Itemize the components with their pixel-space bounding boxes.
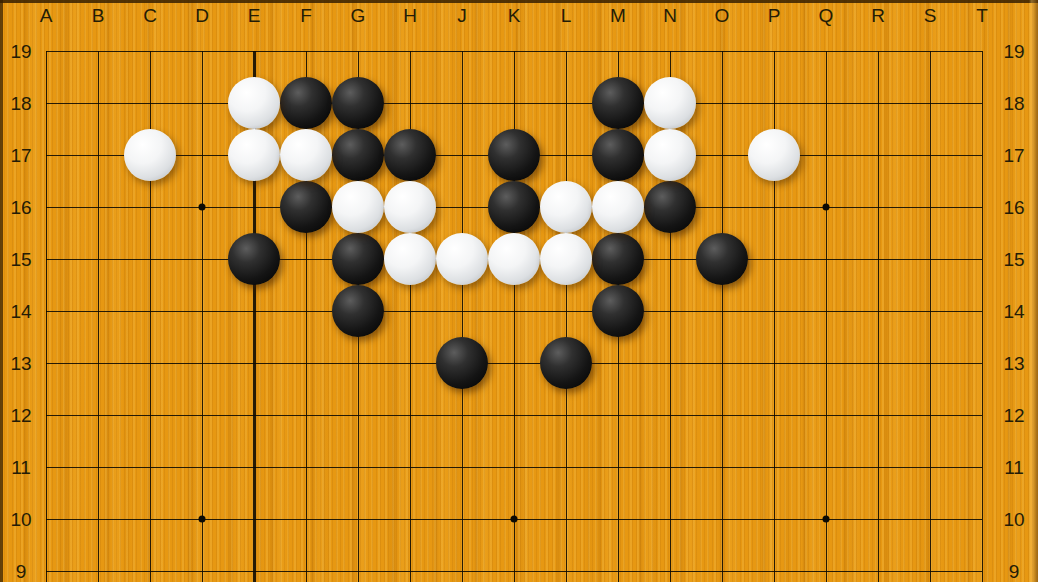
row-label-right-16: 16 [1003,198,1024,217]
grid-vline-T [982,51,983,582]
column-label-top-L: L [561,6,572,25]
stone-black-E15[interactable] [228,233,280,285]
star-point-Q10 [823,516,830,523]
stone-black-M14[interactable] [592,285,644,337]
grid-vline-B [98,51,99,582]
row-label-right-17: 17 [1003,146,1024,165]
grid-vline-Q [826,51,827,582]
column-label-top-G: G [351,6,366,25]
column-label-top-A: A [40,6,53,25]
stone-black-G18[interactable] [332,77,384,129]
column-label-top-R: R [871,6,885,25]
board-edge-top [0,0,1038,3]
stone-black-F18[interactable] [280,77,332,129]
column-label-top-Q: Q [819,6,834,25]
row-label-left-16: 16 [10,198,31,217]
column-label-top-T: T [976,6,988,25]
star-point-Q16 [823,204,830,211]
row-label-left-10: 10 [10,510,31,529]
board-edge-left [0,0,3,582]
grid-vline-A [46,51,47,582]
stone-white-K15[interactable] [488,233,540,285]
stone-white-F17[interactable] [280,129,332,181]
grid-vline-L [566,51,567,582]
column-label-top-N: N [663,6,677,25]
star-point-D16 [199,204,206,211]
grid-hline-13 [46,363,982,364]
row-label-right-18: 18 [1003,94,1024,113]
stone-white-G16[interactable] [332,181,384,233]
grid-vline-R [878,51,879,582]
stone-white-H15[interactable] [384,233,436,285]
stone-black-G15[interactable] [332,233,384,285]
grid-vline-S [930,51,931,582]
stone-black-K16[interactable] [488,181,540,233]
grid-vline-O [722,51,723,582]
row-label-right-19: 19 [1003,42,1024,61]
stone-white-L16[interactable] [540,181,592,233]
stone-white-L15[interactable] [540,233,592,285]
stone-black-O15[interactable] [696,233,748,285]
row-label-left-19: 19 [10,42,31,61]
grid-hline-9 [46,571,982,572]
row-label-right-9: 9 [1009,562,1020,581]
stone-white-J15[interactable] [436,233,488,285]
stone-black-M17[interactable] [592,129,644,181]
grid-vline-J [462,51,463,582]
row-label-left-17: 17 [10,146,31,165]
column-label-top-E: E [248,6,261,25]
row-label-left-14: 14 [10,302,31,321]
stone-white-H16[interactable] [384,181,436,233]
column-label-top-B: B [92,6,105,25]
row-label-left-18: 18 [10,94,31,113]
grid-hline-11 [46,467,982,468]
star-point-D10 [199,516,206,523]
grid-hline-18 [46,103,982,104]
stone-white-E18[interactable] [228,77,280,129]
grid-hline-14 [46,311,982,312]
column-label-top-C: C [143,6,157,25]
stone-white-N18[interactable] [644,77,696,129]
row-label-left-13: 13 [10,354,31,373]
grid-hline-12 [46,415,982,416]
row-label-right-12: 12 [1003,406,1024,425]
row-label-left-9: 9 [16,562,27,581]
row-label-left-12: 12 [10,406,31,425]
stone-black-M18[interactable] [592,77,644,129]
stone-black-L13[interactable] [540,337,592,389]
stone-white-P17[interactable] [748,129,800,181]
stone-black-J13[interactable] [436,337,488,389]
grid-vline-D [202,51,203,582]
stone-black-H17[interactable] [384,129,436,181]
stone-black-N16[interactable] [644,181,696,233]
row-label-left-11: 11 [11,458,31,477]
column-label-top-J: J [457,6,467,25]
stone-black-G17[interactable] [332,129,384,181]
stone-black-G14[interactable] [332,285,384,337]
stone-black-K17[interactable] [488,129,540,181]
column-label-top-M: M [610,6,626,25]
row-label-left-15: 15 [10,250,31,269]
board-edge-right [1029,0,1038,582]
column-label-top-H: H [403,6,417,25]
row-label-right-11: 11 [1004,458,1024,477]
stone-white-E17[interactable] [228,129,280,181]
stone-black-M15[interactable] [592,233,644,285]
row-label-right-14: 14 [1003,302,1024,321]
column-label-top-K: K [508,6,521,25]
column-label-top-P: P [768,6,781,25]
row-label-right-15: 15 [1003,250,1024,269]
stone-white-N17[interactable] [644,129,696,181]
row-label-right-10: 10 [1003,510,1024,529]
column-label-top-O: O [715,6,730,25]
stone-white-M16[interactable] [592,181,644,233]
row-label-right-13: 13 [1003,354,1024,373]
column-label-top-D: D [195,6,209,25]
column-label-top-S: S [924,6,937,25]
go-board-app: ABCDEFGHJKLMNOPQRST191918181717161615151… [0,0,1038,582]
column-label-top-F: F [300,6,312,25]
stone-white-C17[interactable] [124,129,176,181]
stone-black-F16[interactable] [280,181,332,233]
grid-hline-19 [46,51,982,52]
star-point-K10 [511,516,518,523]
